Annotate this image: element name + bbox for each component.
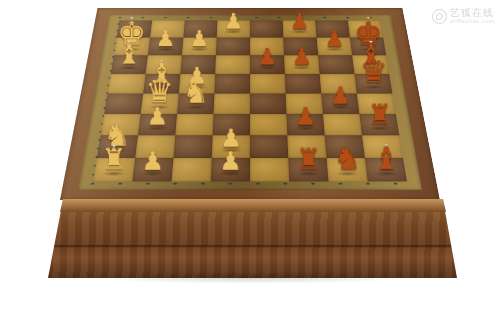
piece-white-knight-e3: ♞	[183, 78, 209, 107]
metal-finial-silver: ✦	[129, 15, 135, 22]
piece-black-pawn-c6: ♟	[292, 45, 312, 67]
piece-black-pawn-e7: ♟	[330, 84, 351, 108]
piece-black-queen-d8: ♛	[360, 56, 388, 87]
piece-white-pawn-a4: ♟	[224, 10, 243, 32]
metal-finial-silver: ✦	[111, 143, 118, 151]
watermark-title: 艺狐在线	[450, 8, 495, 19]
metal-finial-silver: ✦	[368, 38, 374, 45]
piece-black-pawn-c5: ♟	[257, 45, 277, 67]
piece-white-bishop-c1: ♝✦	[117, 41, 141, 68]
pieces-layer: ♟♚✦♟♟♝✦♝✦♟♛♞♟♞♟♜✦♟♟♟♟♚✦♟♟♝✦♛♟♟♜♜♞♝✦	[93, 20, 407, 181]
metal-finial-silver: ✦	[126, 38, 132, 45]
chessboard-top: ♟♚✦♟♟♝✦♝✦♟♛♞♟♞♟♜✦♟♟♟♟♚✦♟♟♝✦♛♟♟♜♜♞♝✦	[60, 8, 440, 200]
piece-black-pawn-b7: ♟	[325, 28, 345, 50]
piece-white-pawn-b3: ♟	[189, 28, 209, 50]
piece-black-rook-h6: ♜	[296, 145, 321, 173]
piece-white-pawn-h4: ♟	[219, 148, 242, 173]
watermark-text-block: 艺狐在线 artfoxlive.com	[450, 8, 495, 24]
piece-black-rook-f8: ♜	[368, 101, 392, 128]
metal-finial-silver: ✦	[383, 141, 390, 149]
piece-white-pawn-b2: ♟	[156, 28, 176, 50]
piece-white-pawn-f2: ♟	[147, 104, 169, 128]
box-molded-edge	[48, 199, 457, 212]
piece-black-knight-h7: ♞	[333, 143, 361, 174]
watermark-logo-inner	[436, 13, 443, 20]
metal-finial-silver: ✦	[159, 57, 165, 64]
piece-white-pawn-h2: ♟	[141, 148, 164, 173]
piece-black-pawn-f6: ♟	[295, 104, 317, 128]
watermark-subtitle: artfoxlive.com	[450, 19, 495, 25]
watermark-logo-icon	[432, 9, 447, 24]
photo-canvas: ♟♚✦♟♟♝✦♝✦♟♛♞♟♞♟♜✦♟♟♟♟♚✦♟♟♝✦♛♟♟♜♜♞♝✦ 艺狐在线…	[0, 0, 500, 327]
watermark: 艺狐在线 artfoxlive.com	[432, 8, 495, 24]
drop-shadow	[36, 270, 466, 286]
piece-white-rook-h1: ♜✦	[101, 145, 126, 173]
piece-black-bishop-h8: ♝✦	[373, 144, 400, 174]
metal-finial-gold: ✦	[365, 15, 371, 22]
piece-black-pawn-a6: ♟	[290, 10, 309, 32]
